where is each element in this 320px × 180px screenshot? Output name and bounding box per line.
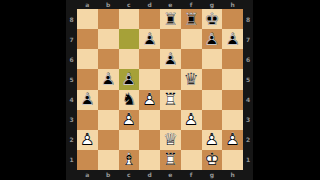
square-h6[interactable] [222,49,243,69]
square-h7[interactable]: ♟♙ [222,29,243,49]
rank-label-2: 2 [66,130,77,150]
file-label-g: g [202,0,223,9]
white-pawn: ♟♙ [139,90,160,110]
file-label-d: d [139,0,160,9]
square-a4[interactable]: ♟♙ [77,90,98,110]
black-pawn: ♟♙ [139,29,160,49]
black-knight: ♞♘ [119,90,140,110]
square-f5[interactable]: ♛♕ [181,69,202,89]
square-c3[interactable]: ♟♙ [119,110,140,130]
square-f7[interactable] [181,29,202,49]
file-label-a: a [77,170,98,180]
square-f1[interactable] [181,150,202,170]
rank-label-5: 5 [243,69,253,89]
board-middle-band: 87654321 ♜♖♜♖♚♔♟♙♟♙♟♙♟♙♟♙♟♙♛♕♟♙♞♘♟♙♜♖♟♙♟… [66,9,253,170]
chess-board[interactable]: ♜♖♜♖♚♔♟♙♟♙♟♙♟♙♟♙♟♙♛♕♟♙♞♘♟♙♜♖♟♙♟♙♟♙♛♕♟♙♟♙… [77,9,243,170]
square-f4[interactable] [181,90,202,110]
file-labels-bottom: abcdefgh [66,170,253,180]
square-c7[interactable] [119,29,140,49]
file-label-h: h [222,0,243,9]
rank-label-3: 3 [243,110,253,130]
black-pawn: ♟♙ [160,49,181,69]
black-pawn: ♟♙ [119,69,140,89]
rank-label-3: 3 [66,110,77,130]
white-pawn: ♟♙ [202,130,223,150]
square-c6[interactable] [119,49,140,69]
square-h1[interactable] [222,150,243,170]
file-label-b: b [98,0,119,9]
square-d3[interactable] [139,110,160,130]
square-c1[interactable]: ♝♗ [119,150,140,170]
file-label-b: b [98,170,119,180]
square-g3[interactable] [202,110,223,130]
square-g7[interactable]: ♟♙ [202,29,223,49]
rank-label-1: 1 [243,150,253,170]
file-label-c: c [119,0,140,9]
white-pawn: ♟♙ [77,130,98,150]
square-f2[interactable] [181,130,202,150]
square-e2[interactable]: ♛♕ [160,130,181,150]
square-f8[interactable]: ♜♖ [181,9,202,29]
rank-label-8: 8 [66,9,77,29]
square-c2[interactable] [119,130,140,150]
file-label-e: e [160,0,181,9]
black-pawn: ♟♙ [98,69,119,89]
white-bishop: ♝♗ [119,150,140,170]
square-g6[interactable] [202,49,223,69]
square-h4[interactable] [222,90,243,110]
rank-label-2: 2 [243,130,253,150]
square-h2[interactable]: ♟♙ [222,130,243,150]
square-f3[interactable]: ♟♙ [181,110,202,130]
square-b4[interactable] [98,90,119,110]
square-a5[interactable] [77,69,98,89]
square-d8[interactable] [139,9,160,29]
rank-labels-right: 87654321 [243,9,253,170]
file-label-f: f [181,0,202,9]
square-d6[interactable] [139,49,160,69]
square-a2[interactable]: ♟♙ [77,130,98,150]
square-e8[interactable]: ♜♖ [160,9,181,29]
square-b6[interactable] [98,49,119,69]
file-label-e: e [160,170,181,180]
file-labels-top: abcdefgh [66,0,253,9]
black-rook: ♜♖ [160,9,181,29]
square-e3[interactable] [160,110,181,130]
rank-label-7: 7 [243,29,253,49]
square-e6[interactable]: ♟♙ [160,49,181,69]
black-pawn: ♟♙ [202,29,223,49]
square-a7[interactable] [77,29,98,49]
square-e4[interactable]: ♜♖ [160,90,181,110]
square-e5[interactable] [160,69,181,89]
rank-label-5: 5 [66,69,77,89]
square-h3[interactable] [222,110,243,130]
rank-label-4: 4 [243,90,253,110]
black-king: ♚♔ [202,9,223,29]
square-h8[interactable] [222,9,243,29]
file-label-a: a [77,0,98,9]
black-pawn: ♟♙ [222,29,243,49]
file-label-g: g [202,170,223,180]
file-label-d: d [139,170,160,180]
square-h5[interactable] [222,69,243,89]
white-pawn: ♟♙ [181,110,202,130]
square-b8[interactable] [98,9,119,29]
square-g4[interactable] [202,90,223,110]
square-g8[interactable]: ♚♔ [202,9,223,29]
square-g5[interactable] [202,69,223,89]
square-d7[interactable]: ♟♙ [139,29,160,49]
black-pawn: ♟♙ [77,90,98,110]
square-b2[interactable] [98,130,119,150]
white-rook: ♜♖ [160,90,181,110]
white-pawn: ♟♙ [119,110,140,130]
square-b5[interactable]: ♟♙ [98,69,119,89]
chess-board-frame: abcdefgh 87654321 ♜♖♜♖♚♔♟♙♟♙♟♙♟♙♟♙♟♙♛♕♟♙… [66,0,253,180]
letterbox-background: abcdefgh 87654321 ♜♖♜♖♚♔♟♙♟♙♟♙♟♙♟♙♟♙♛♕♟♙… [0,0,320,180]
file-label-c: c [119,170,140,180]
square-a6[interactable] [77,49,98,69]
rank-label-1: 1 [66,150,77,170]
square-a1[interactable] [77,150,98,170]
black-rook: ♜♖ [181,9,202,29]
file-label-f: f [181,170,202,180]
square-e1[interactable]: ♜♖ [160,150,181,170]
file-label-h: h [222,170,243,180]
square-d5[interactable] [139,69,160,89]
square-b1[interactable] [98,150,119,170]
square-c5[interactable]: ♟♙ [119,69,140,89]
rank-label-6: 6 [243,49,253,69]
square-g2[interactable]: ♟♙ [202,130,223,150]
square-b3[interactable] [98,110,119,130]
square-d4[interactable]: ♟♙ [139,90,160,110]
rank-label-4: 4 [66,90,77,110]
square-f6[interactable] [181,49,202,69]
rank-label-7: 7 [66,29,77,49]
square-a3[interactable] [77,110,98,130]
square-d1[interactable] [139,150,160,170]
square-e7[interactable] [160,29,181,49]
white-king: ♚♔ [202,150,223,170]
square-g1[interactable]: ♚♔ [202,150,223,170]
square-c8[interactable] [119,9,140,29]
square-a8[interactable] [77,9,98,29]
rank-label-6: 6 [66,49,77,69]
square-c4[interactable]: ♞♘ [119,90,140,110]
square-b7[interactable] [98,29,119,49]
rank-label-8: 8 [243,9,253,29]
square-d2[interactable] [139,130,160,150]
rank-labels-left: 87654321 [66,9,77,170]
white-rook: ♜♖ [160,150,181,170]
black-queen: ♛♕ [181,69,202,89]
white-queen: ♛♕ [160,130,181,150]
white-pawn: ♟♙ [222,130,243,150]
